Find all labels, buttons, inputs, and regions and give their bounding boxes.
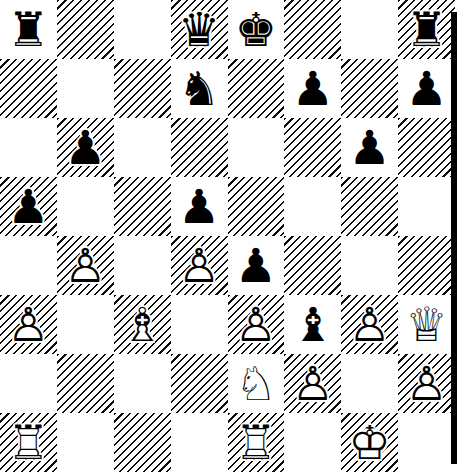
white-queen-icon: ♕ xyxy=(398,295,455,354)
piece-white-king[interactable]: ♚♔ xyxy=(341,413,398,472)
square-h5[interactable] xyxy=(398,177,455,236)
square-d1[interactable] xyxy=(171,413,228,472)
square-d3[interactable] xyxy=(171,295,228,354)
square-b2[interactable] xyxy=(57,354,114,413)
square-h2[interactable]: ♟♙ xyxy=(398,354,455,413)
black-king-icon: ♚ xyxy=(228,0,285,59)
square-b6[interactable]: ♟ xyxy=(57,118,114,177)
square-d8[interactable]: ♛ xyxy=(171,0,228,59)
square-h1[interactable] xyxy=(398,413,455,472)
black-rook-icon: ♜ xyxy=(0,0,57,59)
white-pawn-icon: ♙ xyxy=(171,236,228,295)
piece-white-pawn[interactable]: ♟♙ xyxy=(398,354,455,413)
square-h4[interactable] xyxy=(398,236,455,295)
piece-white-rook[interactable]: ♜♖ xyxy=(228,413,285,472)
square-e7[interactable] xyxy=(228,59,285,118)
chess-diagram: ♜♛♚♜♞♟♟♟♟♟♟♟♙♟♙♟♟♙♝♗♟♙♝♟♙♛♕♞♘♟♙♟♙♜♖♜♖♚♔ xyxy=(0,0,464,472)
square-a1[interactable]: ♜♖ xyxy=(0,413,57,472)
square-e6[interactable] xyxy=(228,118,285,177)
white-pawn-icon: ♙ xyxy=(57,236,114,295)
square-f7[interactable]: ♟ xyxy=(284,59,341,118)
square-g6[interactable]: ♟ xyxy=(341,118,398,177)
piece-black-rook[interactable]: ♜ xyxy=(398,0,455,59)
square-h3[interactable]: ♛♕ xyxy=(398,295,455,354)
square-c1[interactable] xyxy=(114,413,171,472)
white-pawn-icon: ♙ xyxy=(0,295,57,354)
piece-black-bishop[interactable]: ♝ xyxy=(284,295,341,354)
black-bishop-icon: ♝ xyxy=(284,295,341,354)
square-c5[interactable] xyxy=(114,177,171,236)
square-c8[interactable] xyxy=(114,0,171,59)
black-pawn-icon: ♟ xyxy=(57,118,114,177)
piece-white-pawn[interactable]: ♟♙ xyxy=(0,295,57,354)
piece-white-pawn[interactable]: ♟♙ xyxy=(284,354,341,413)
white-pawn-icon: ♙ xyxy=(284,354,341,413)
white-rook-icon: ♖ xyxy=(228,413,285,472)
black-rook-icon: ♜ xyxy=(398,0,455,59)
piece-white-queen[interactable]: ♛♕ xyxy=(398,295,455,354)
black-pawn-icon: ♟ xyxy=(0,177,57,236)
piece-black-pawn[interactable]: ♟ xyxy=(398,59,455,118)
white-rook-icon: ♖ xyxy=(0,413,57,472)
square-b5[interactable] xyxy=(57,177,114,236)
square-f6[interactable] xyxy=(284,118,341,177)
square-e2[interactable]: ♞♘ xyxy=(228,354,285,413)
piece-black-rook[interactable]: ♜ xyxy=(0,0,57,59)
square-d7[interactable]: ♞ xyxy=(171,59,228,118)
white-pawn-icon: ♙ xyxy=(398,354,455,413)
white-pawn-icon: ♙ xyxy=(341,295,398,354)
square-b4[interactable]: ♟♙ xyxy=(57,236,114,295)
square-e8[interactable]: ♚ xyxy=(228,0,285,59)
piece-black-pawn[interactable]: ♟ xyxy=(171,177,228,236)
square-g4[interactable] xyxy=(341,236,398,295)
square-e4[interactable]: ♟ xyxy=(228,236,285,295)
square-h6[interactable] xyxy=(398,118,455,177)
square-g7[interactable] xyxy=(341,59,398,118)
square-b7[interactable] xyxy=(57,59,114,118)
white-bishop-icon: ♗ xyxy=(114,295,171,354)
square-c2[interactable] xyxy=(114,354,171,413)
square-g3[interactable]: ♟♙ xyxy=(341,295,398,354)
piece-black-queen[interactable]: ♛ xyxy=(171,0,228,59)
piece-white-knight[interactable]: ♞♘ xyxy=(228,354,285,413)
square-b3[interactable] xyxy=(57,295,114,354)
square-f8[interactable] xyxy=(284,0,341,59)
square-e3[interactable]: ♟♙ xyxy=(228,295,285,354)
black-queen-icon: ♛ xyxy=(171,0,228,59)
square-f4[interactable] xyxy=(284,236,341,295)
square-a2[interactable] xyxy=(0,354,57,413)
square-g2[interactable] xyxy=(341,354,398,413)
black-pawn-icon: ♟ xyxy=(341,118,398,177)
square-b1[interactable] xyxy=(57,413,114,472)
square-g1[interactable]: ♚♔ xyxy=(341,413,398,472)
chess-board: ♜♛♚♜♞♟♟♟♟♟♟♟♙♟♙♟♟♙♝♗♟♙♝♟♙♛♕♞♘♟♙♟♙♜♖♜♖♚♔ xyxy=(0,0,455,472)
piece-white-pawn[interactable]: ♟♙ xyxy=(341,295,398,354)
black-pawn-icon: ♟ xyxy=(284,59,341,118)
piece-black-knight[interactable]: ♞ xyxy=(171,59,228,118)
square-d6[interactable] xyxy=(171,118,228,177)
board-right-border-line xyxy=(451,12,457,464)
square-g8[interactable] xyxy=(341,0,398,59)
black-pawn-icon: ♟ xyxy=(171,177,228,236)
square-c6[interactable] xyxy=(114,118,171,177)
piece-black-pawn[interactable]: ♟ xyxy=(0,177,57,236)
square-a3[interactable]: ♟♙ xyxy=(0,295,57,354)
square-c4[interactable] xyxy=(114,236,171,295)
piece-white-bishop[interactable]: ♝♗ xyxy=(114,295,171,354)
square-c3[interactable]: ♝♗ xyxy=(114,295,171,354)
white-pawn-icon: ♙ xyxy=(228,295,285,354)
piece-black-pawn[interactable]: ♟ xyxy=(57,118,114,177)
piece-black-pawn[interactable]: ♟ xyxy=(228,236,285,295)
square-f2[interactable]: ♟♙ xyxy=(284,354,341,413)
square-d2[interactable] xyxy=(171,354,228,413)
black-pawn-icon: ♟ xyxy=(398,59,455,118)
square-e5[interactable] xyxy=(228,177,285,236)
piece-black-king[interactable]: ♚ xyxy=(228,0,285,59)
white-knight-icon: ♘ xyxy=(228,354,285,413)
piece-black-pawn[interactable]: ♟ xyxy=(284,59,341,118)
square-g5[interactable] xyxy=(341,177,398,236)
square-h8[interactable]: ♜ xyxy=(398,0,455,59)
square-h7[interactable]: ♟ xyxy=(398,59,455,118)
square-a5[interactable]: ♟ xyxy=(0,177,57,236)
square-e1[interactable]: ♜♖ xyxy=(228,413,285,472)
square-b8[interactable] xyxy=(57,0,114,59)
piece-white-pawn[interactable]: ♟♙ xyxy=(228,295,285,354)
white-king-icon: ♔ xyxy=(341,413,398,472)
piece-white-pawn[interactable]: ♟♙ xyxy=(57,236,114,295)
square-f1[interactable] xyxy=(284,413,341,472)
piece-black-pawn[interactable]: ♟ xyxy=(341,118,398,177)
square-c7[interactable] xyxy=(114,59,171,118)
square-a8[interactable]: ♜ xyxy=(0,0,57,59)
square-a6[interactable] xyxy=(0,118,57,177)
piece-white-pawn[interactable]: ♟♙ xyxy=(171,236,228,295)
square-d4[interactable]: ♟♙ xyxy=(171,236,228,295)
black-knight-icon: ♞ xyxy=(171,59,228,118)
square-f3[interactable]: ♝ xyxy=(284,295,341,354)
square-a4[interactable] xyxy=(0,236,57,295)
square-a7[interactable] xyxy=(0,59,57,118)
square-f5[interactable] xyxy=(284,177,341,236)
square-d5[interactable]: ♟ xyxy=(171,177,228,236)
black-pawn-icon: ♟ xyxy=(228,236,285,295)
piece-white-rook[interactable]: ♜♖ xyxy=(0,413,57,472)
